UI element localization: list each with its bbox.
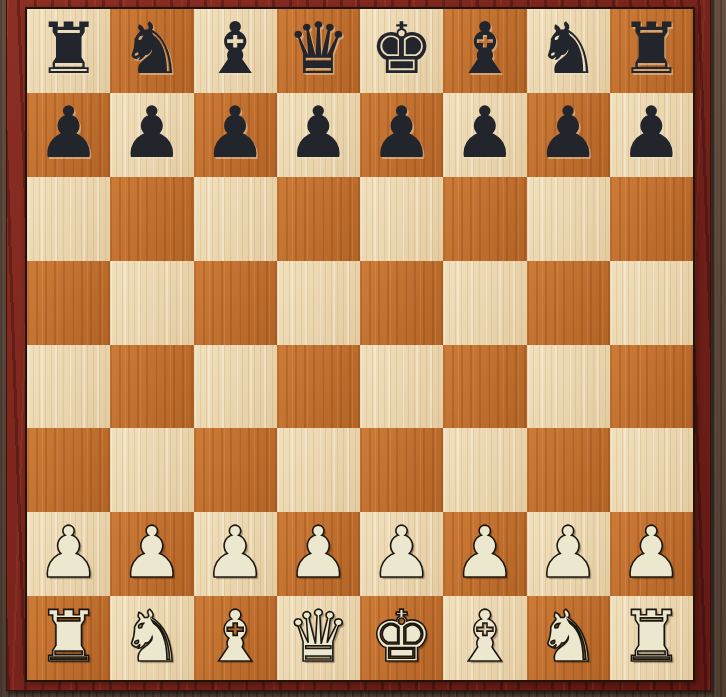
piece-black-bishop[interactable]: ♝	[453, 13, 517, 84]
square-a2[interactable]: ♟	[27, 512, 110, 596]
piece-white-rook[interactable]: ♜	[37, 601, 101, 672]
square-h5[interactable]	[610, 261, 693, 345]
square-f2[interactable]: ♟	[443, 512, 526, 596]
square-d5[interactable]	[277, 261, 360, 345]
square-g3[interactable]	[527, 428, 610, 512]
square-b1[interactable]: ♞	[110, 596, 193, 680]
piece-white-pawn[interactable]: ♟	[203, 517, 267, 588]
piece-white-pawn[interactable]: ♟	[37, 517, 101, 588]
piece-white-queen[interactable]: ♛	[287, 601, 351, 672]
piece-white-king[interactable]: ♚	[370, 601, 434, 672]
piece-black-pawn[interactable]: ♟	[37, 97, 101, 168]
square-h4[interactable]	[610, 345, 693, 429]
square-g6[interactable]	[527, 177, 610, 261]
piece-white-rook[interactable]: ♜	[620, 601, 684, 672]
piece-black-rook[interactable]: ♜	[620, 13, 684, 84]
square-a6[interactable]	[27, 177, 110, 261]
square-d4[interactable]	[277, 345, 360, 429]
piece-white-pawn[interactable]: ♟	[120, 517, 184, 588]
square-c2[interactable]: ♟	[194, 512, 277, 596]
piece-white-pawn[interactable]: ♟	[287, 517, 351, 588]
square-f4[interactable]	[443, 345, 526, 429]
square-d3[interactable]	[277, 428, 360, 512]
piece-black-king[interactable]: ♚	[370, 13, 434, 84]
square-e3[interactable]	[360, 428, 443, 512]
square-h2[interactable]: ♟	[610, 512, 693, 596]
square-e5[interactable]	[360, 261, 443, 345]
square-c8[interactable]: ♝	[194, 9, 277, 93]
square-e4[interactable]	[360, 345, 443, 429]
square-e6[interactable]	[360, 177, 443, 261]
square-f3[interactable]	[443, 428, 526, 512]
square-c5[interactable]	[194, 261, 277, 345]
piece-black-pawn[interactable]: ♟	[203, 97, 267, 168]
square-b5[interactable]	[110, 261, 193, 345]
square-c1[interactable]: ♝	[194, 596, 277, 680]
square-c7[interactable]: ♟	[194, 93, 277, 177]
square-g8[interactable]: ♞	[527, 9, 610, 93]
square-d6[interactable]	[277, 177, 360, 261]
square-b3[interactable]	[110, 428, 193, 512]
piece-white-pawn[interactable]: ♟	[453, 517, 517, 588]
piece-white-pawn[interactable]: ♟	[370, 517, 434, 588]
piece-black-pawn[interactable]: ♟	[536, 97, 600, 168]
square-f8[interactable]: ♝	[443, 9, 526, 93]
piece-black-rook[interactable]: ♜	[37, 13, 101, 84]
piece-black-queen[interactable]: ♛	[287, 13, 351, 84]
square-h1[interactable]: ♜	[610, 596, 693, 680]
square-f6[interactable]	[443, 177, 526, 261]
piece-black-pawn[interactable]: ♟	[620, 97, 684, 168]
square-a4[interactable]	[27, 345, 110, 429]
square-a1[interactable]: ♜	[27, 596, 110, 680]
square-h7[interactable]: ♟	[610, 93, 693, 177]
square-b2[interactable]: ♟	[110, 512, 193, 596]
square-g1[interactable]: ♞	[527, 596, 610, 680]
square-b7[interactable]: ♟	[110, 93, 193, 177]
piece-white-knight[interactable]: ♞	[120, 601, 184, 672]
square-b6[interactable]	[110, 177, 193, 261]
square-d8[interactable]: ♛	[277, 9, 360, 93]
square-g2[interactable]: ♟	[527, 512, 610, 596]
square-h3[interactable]	[610, 428, 693, 512]
piece-white-knight[interactable]: ♞	[536, 601, 600, 672]
piece-black-pawn[interactable]: ♟	[120, 97, 184, 168]
chess-board[interactable]: ♜♞♝♛♚♝♞♜♟♟♟♟♟♟♟♟♟♟♟♟♟♟♟♟♜♞♝♛♚♝♞♜	[25, 7, 695, 682]
piece-white-pawn[interactable]: ♟	[536, 517, 600, 588]
square-a3[interactable]	[27, 428, 110, 512]
square-f1[interactable]: ♝	[443, 596, 526, 680]
square-f5[interactable]	[443, 261, 526, 345]
square-c6[interactable]	[194, 177, 277, 261]
square-e8[interactable]: ♚	[360, 9, 443, 93]
square-h8[interactable]: ♜	[610, 9, 693, 93]
piece-white-bishop[interactable]: ♝	[203, 601, 267, 672]
square-f7[interactable]: ♟	[443, 93, 526, 177]
square-g7[interactable]: ♟	[527, 93, 610, 177]
piece-black-pawn[interactable]: ♟	[287, 97, 351, 168]
square-h6[interactable]	[610, 177, 693, 261]
square-d2[interactable]: ♟	[277, 512, 360, 596]
piece-white-pawn[interactable]: ♟	[620, 517, 684, 588]
piece-black-bishop[interactable]: ♝	[203, 13, 267, 84]
square-e1[interactable]: ♚	[360, 596, 443, 680]
square-a8[interactable]: ♜	[27, 9, 110, 93]
piece-black-knight[interactable]: ♞	[536, 13, 600, 84]
square-e2[interactable]: ♟	[360, 512, 443, 596]
square-g4[interactable]	[527, 345, 610, 429]
square-c4[interactable]	[194, 345, 277, 429]
square-e7[interactable]: ♟	[360, 93, 443, 177]
square-a7[interactable]: ♟	[27, 93, 110, 177]
square-c3[interactable]	[194, 428, 277, 512]
piece-black-knight[interactable]: ♞	[120, 13, 184, 84]
square-b8[interactable]: ♞	[110, 9, 193, 93]
square-d7[interactable]: ♟	[277, 93, 360, 177]
piece-black-pawn[interactable]: ♟	[453, 97, 517, 168]
piece-black-pawn[interactable]: ♟	[370, 97, 434, 168]
square-b4[interactable]	[110, 345, 193, 429]
square-g5[interactable]	[527, 261, 610, 345]
square-a5[interactable]	[27, 261, 110, 345]
piece-white-bishop[interactable]: ♝	[453, 601, 517, 672]
square-d1[interactable]: ♛	[277, 596, 360, 680]
